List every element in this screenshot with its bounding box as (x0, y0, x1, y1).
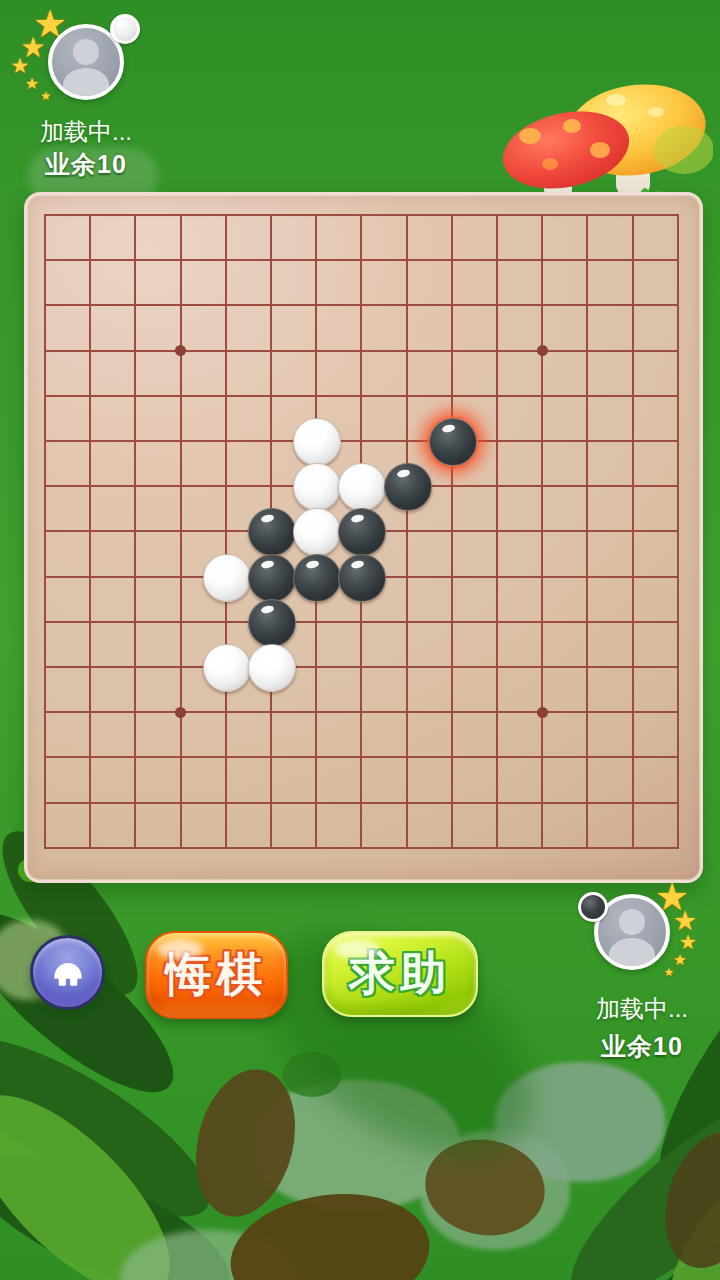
bush-decor (420, 1130, 570, 1250)
white-stone (248, 644, 296, 692)
undo-button[interactable]: 悔棋 (145, 931, 288, 1019)
white-stone-badge (110, 14, 140, 44)
leaf-decor (615, 1171, 720, 1280)
leaf-decor (545, 1065, 720, 1280)
star-icon: ★ (25, 74, 39, 93)
white-stone (203, 554, 251, 602)
bush-decor (120, 1230, 300, 1280)
home-button[interactable] (30, 935, 105, 1010)
player-rank: 业余10 (556, 1030, 720, 1063)
leaf-decor (641, 1124, 720, 1280)
leaf-decor (0, 1127, 246, 1280)
bush-decor (495, 1062, 665, 1182)
black-stone (338, 554, 386, 602)
grid-line (44, 666, 679, 668)
star-icon: ★ (41, 89, 52, 103)
rock-decor (649, 1120, 720, 1280)
bush-decor (282, 1052, 342, 1097)
black-stone (429, 418, 477, 466)
star-icon: ★ (673, 951, 686, 969)
player-bottom-panel: ★ ★ ★ ★ ★ 加载中... 业余10 (556, 876, 720, 1066)
player-name: 加载中... (0, 116, 172, 148)
black-stone (384, 463, 432, 511)
grid-line (632, 214, 634, 849)
person-icon (73, 39, 99, 65)
black-stone-badge (578, 892, 608, 922)
person-icon (619, 909, 645, 935)
rock-decor (223, 1182, 438, 1280)
white-stone (338, 463, 386, 511)
help-button[interactable]: 求助 (322, 931, 478, 1017)
star-point (537, 345, 548, 356)
black-stone (293, 554, 341, 602)
black-stone (248, 554, 296, 602)
white-stone (203, 644, 251, 692)
star-point (537, 707, 548, 718)
black-stone (248, 599, 296, 647)
grid-line (44, 802, 679, 804)
grid-line (44, 756, 679, 758)
grid-line (586, 214, 588, 849)
grid-line (677, 214, 679, 849)
grid-line (451, 214, 453, 849)
rock-decor (181, 1059, 309, 1228)
gomoku-board (24, 192, 703, 883)
leaf-decor (0, 1064, 201, 1280)
grid-line (541, 214, 543, 849)
grid-line (44, 711, 679, 713)
star-point (175, 707, 186, 718)
player-top-panel: ★ ★ ★ ★ ★ 加载中... 业余10 (0, 0, 172, 190)
black-stone (248, 508, 296, 556)
grid-line (406, 214, 408, 849)
grid-line (44, 621, 679, 623)
home-icon (45, 953, 91, 993)
white-stone (293, 508, 341, 556)
grid-line (44, 847, 679, 849)
leaf-decor (0, 1008, 232, 1248)
star-point (175, 345, 186, 356)
white-stone (293, 418, 341, 466)
black-stone (338, 508, 386, 556)
mushroom-decor (488, 78, 713, 203)
rock-decor (418, 1130, 553, 1244)
player-name: 加载中... (556, 993, 720, 1025)
white-stone (293, 463, 341, 511)
player-rank: 业余10 (0, 148, 172, 181)
grid-line (496, 214, 498, 849)
board-grid[interactable] (27, 195, 700, 880)
bush-decor (250, 1080, 460, 1210)
game-screen: ★ ★ ★ ★ ★ 加载中... 业余10 ★ ★ ★ ★ ★ 加载中... 业… (0, 0, 720, 1280)
star-icon: ★ (664, 966, 674, 979)
